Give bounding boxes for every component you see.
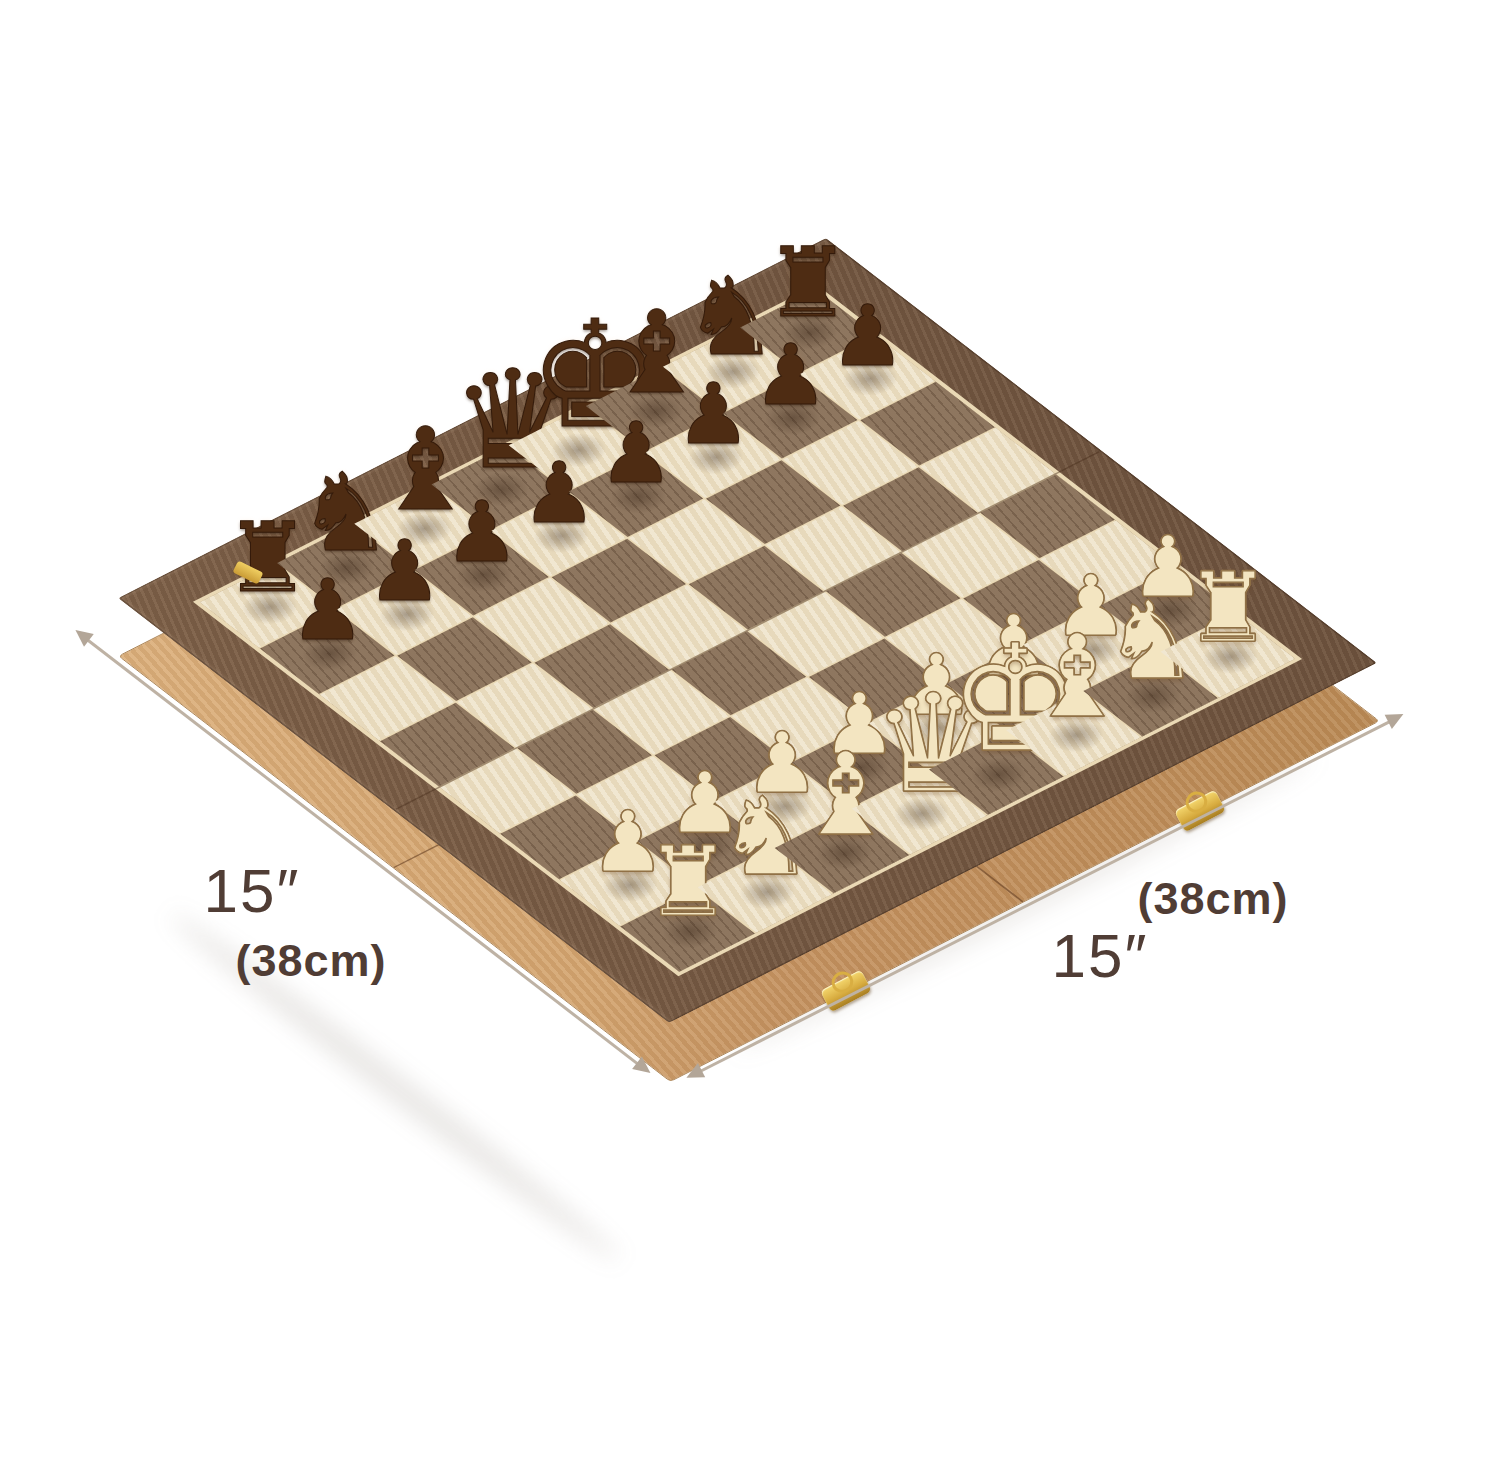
product-photo-scene: ♜♞♝♛♚♝♞♜♟♟♟♟♟♟♟♟♟♟♟♟♟♟♟♟♜♞♝♛♚♝♞♜ 15″ (38… <box>0 0 1500 1468</box>
dimension-label-right-metric: (38cm) <box>1137 873 1288 925</box>
dimension-label-left-inches: 15″ <box>204 855 301 926</box>
black-pawn-h7: ♟ <box>820 293 915 377</box>
dimension-label-left-metric: (38cm) <box>235 935 386 987</box>
white-rook-h1: ♜ <box>1180 559 1275 655</box>
dimension-label-right-inches: 15″ <box>1052 920 1149 991</box>
fold-seam-side-left <box>393 841 445 868</box>
fold-seam-side-front <box>972 863 1023 902</box>
